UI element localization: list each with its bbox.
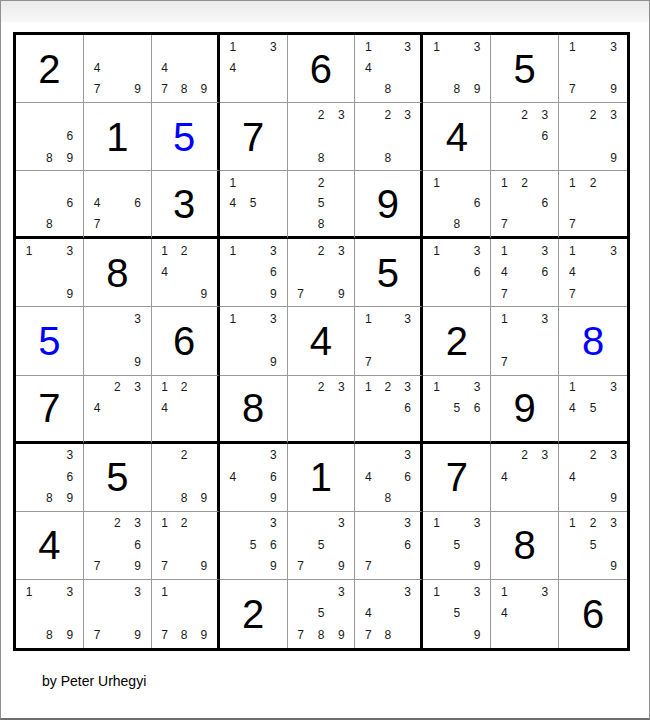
candidate-2: 2 (174, 240, 194, 261)
cell-r3c7[interactable]: 168 (423, 171, 491, 239)
candidate-5: 5 (311, 193, 331, 214)
candidate-8: 8 (39, 487, 59, 508)
candidate-4: 4 (223, 193, 243, 214)
cell-r7c7[interactable]: 7 (423, 444, 491, 512)
candidate-2: 2 (174, 513, 194, 534)
candidate-2: 2 (311, 172, 331, 193)
candidate-7: 7 (87, 624, 107, 646)
cell-r4c3[interactable]: 1249 (152, 239, 220, 307)
candidate-3: 3 (263, 36, 283, 57)
pencil-marks: 1345 (562, 377, 624, 439)
cell-r2c7[interactable]: 4 (423, 103, 491, 171)
candidate-2: 2 (515, 445, 535, 466)
pencil-marks: 145 (223, 172, 284, 234)
candidate-4: 4 (562, 466, 583, 487)
candidate-2: 2 (515, 172, 535, 193)
candidate-3: 3 (263, 445, 283, 466)
candidate-5: 5 (243, 534, 263, 555)
candidate-2: 2 (583, 104, 604, 125)
cell-r7c1[interactable]: 3689 (16, 444, 84, 512)
candidate-5: 5 (243, 193, 263, 214)
candidate-1: 1 (223, 36, 243, 57)
cell-r6c2[interactable]: 234 (84, 376, 152, 444)
cell-r9c7[interactable]: 1359 (423, 580, 491, 648)
candidate-3: 3 (331, 513, 351, 534)
cell-r8c3[interactable]: 1279 (152, 512, 220, 580)
given-digit: 6 (559, 580, 627, 648)
candidate-7: 7 (87, 214, 107, 235)
candidate-9: 9 (60, 487, 80, 508)
candidate-8: 8 (174, 487, 194, 508)
candidate-9: 9 (263, 556, 283, 577)
candidate-6: 6 (535, 262, 555, 283)
cell-r1c6[interactable]: 1348 (355, 35, 423, 103)
pencil-marks: 139 (19, 240, 80, 304)
cell-r6c7[interactable]: 1356 (423, 376, 491, 444)
cell-r3c8[interactable]: 1267 (491, 171, 559, 239)
cell-r6c6[interactable]: 1236 (355, 376, 423, 444)
candidate-3: 3 (60, 445, 80, 466)
pencil-marks: 68 (19, 172, 80, 234)
candidate-6: 6 (535, 193, 555, 214)
cell-r8c4[interactable]: 3569 (220, 512, 288, 580)
cell-r5c2[interactable]: 39 (84, 307, 152, 375)
cell-r2c1[interactable]: 689 (16, 103, 84, 171)
cell-r5c7[interactable]: 2 (423, 307, 491, 375)
cell-r7c2[interactable]: 5 (84, 444, 152, 512)
candidate-3: 3 (331, 377, 351, 398)
pencil-marks: 134 (223, 36, 284, 100)
candidate-3: 3 (467, 36, 487, 57)
given-digit: 4 (288, 307, 355, 374)
pencil-marks: 3689 (19, 445, 80, 509)
pencil-marks: 139 (223, 308, 284, 372)
cell-r1c4[interactable]: 134 (220, 35, 288, 103)
candidate-9: 9 (127, 624, 147, 646)
cell-r3c9[interactable]: 127 (559, 171, 627, 239)
candidate-6: 6 (263, 262, 283, 283)
entered-digit: 8 (559, 307, 627, 374)
pencil-marks: 1347 (562, 240, 624, 304)
candidate-9: 9 (467, 79, 487, 100)
candidate-5: 5 (447, 534, 467, 555)
cell-r3c6[interactable]: 9 (355, 171, 423, 239)
cell-r5c5[interactable]: 4 (288, 307, 356, 375)
pencil-marks: 479 (87, 36, 148, 100)
cell-r9c9[interactable]: 6 (559, 580, 627, 648)
candidate-3: 3 (331, 104, 351, 125)
given-digit: 2 (16, 35, 83, 102)
cell-r9c2[interactable]: 379 (84, 580, 152, 648)
top-toolbar (1, 1, 649, 23)
candidate-2: 2 (583, 172, 604, 193)
candidate-3: 3 (467, 377, 487, 398)
cell-r4c9[interactable]: 1347 (559, 239, 627, 307)
candidate-2: 2 (515, 104, 535, 125)
entered-digit: 5 (16, 307, 83, 374)
pencil-marks: 1789 (155, 581, 214, 646)
candidate-7: 7 (562, 283, 583, 304)
cell-r6c1[interactable]: 7 (16, 376, 84, 444)
candidate-7: 7 (155, 624, 175, 646)
cell-r7c9[interactable]: 2349 (559, 444, 627, 512)
candidate-1: 1 (562, 172, 583, 193)
candidate-4: 4 (155, 397, 175, 418)
candidate-6: 6 (127, 193, 147, 214)
given-digit: 7 (423, 444, 490, 511)
candidate-6: 6 (263, 466, 283, 487)
cell-r3c3[interactable]: 3 (152, 171, 220, 239)
candidate-9: 9 (603, 147, 624, 168)
given-digit: 4 (423, 103, 490, 170)
candidate-1: 1 (494, 308, 514, 329)
candidate-2: 2 (378, 104, 398, 125)
cell-r6c9[interactable]: 1345 (559, 376, 627, 444)
pencil-marks: 1279 (155, 513, 214, 577)
pencil-marks: 3579 (291, 513, 352, 577)
candidate-9: 9 (331, 283, 351, 304)
cell-r5c6[interactable]: 137 (355, 307, 423, 375)
cell-r1c5[interactable]: 6 (288, 35, 356, 103)
candidate-7: 7 (494, 351, 514, 372)
cell-r6c5[interactable]: 23 (288, 376, 356, 444)
pencil-marks: 3569 (223, 513, 284, 577)
candidate-1: 1 (426, 36, 446, 57)
candidate-4: 4 (87, 193, 107, 214)
pencil-marks: 134 (494, 581, 555, 646)
candidate-2: 2 (311, 240, 331, 261)
candidate-1: 1 (494, 240, 514, 261)
given-digit: 3 (152, 171, 217, 236)
candidate-2: 2 (174, 377, 194, 398)
cell-r2c4[interactable]: 7 (220, 103, 288, 171)
given-digit: 5 (355, 239, 420, 306)
cell-r1c7[interactable]: 1389 (423, 35, 491, 103)
cell-r7c6[interactable]: 3468 (355, 444, 423, 512)
candidate-3: 3 (127, 513, 147, 534)
pencil-marks: 35789 (291, 581, 352, 646)
candidate-3: 3 (603, 104, 624, 125)
candidate-4: 4 (358, 57, 378, 78)
pencil-marks: 1369 (223, 240, 284, 304)
pencil-marks: 137 (494, 308, 555, 372)
cell-r5c4[interactable]: 139 (220, 307, 288, 375)
given-digit: 2 (423, 307, 490, 374)
candidate-9: 9 (603, 487, 624, 508)
given-digit: 7 (220, 103, 287, 170)
candidate-8: 8 (39, 214, 59, 235)
candidate-3: 3 (467, 513, 487, 534)
cell-r5c1[interactable]: 5 (16, 307, 84, 375)
cell-r5c8[interactable]: 137 (491, 307, 559, 375)
candidate-3: 3 (535, 581, 555, 603)
candidate-3: 3 (603, 377, 624, 398)
candidate-3: 3 (467, 240, 487, 261)
candidate-5: 5 (583, 534, 604, 555)
cell-r9c6[interactable]: 3478 (355, 580, 423, 648)
pencil-marks: 258 (291, 172, 352, 234)
candidate-6: 6 (467, 262, 487, 283)
given-digit: 2 (220, 580, 287, 648)
candidate-9: 9 (60, 283, 80, 304)
candidate-3: 3 (398, 308, 418, 329)
candidate-1: 1 (223, 308, 243, 329)
cell-r4c5[interactable]: 2379 (288, 239, 356, 307)
pencil-marks: 39 (87, 308, 148, 372)
candidate-9: 9 (194, 487, 214, 508)
candidate-9: 9 (194, 283, 214, 304)
pencil-marks: 367 (358, 513, 417, 577)
cell-r7c4[interactable]: 3469 (220, 444, 288, 512)
candidate-9: 9 (467, 624, 487, 646)
candidate-3: 3 (535, 240, 555, 261)
pencil-marks: 3468 (358, 445, 417, 509)
candidate-2: 2 (583, 513, 604, 534)
cell-r5c9[interactable]: 8 (559, 307, 627, 375)
candidate-3: 3 (263, 308, 283, 329)
candidate-6: 6 (60, 125, 80, 146)
candidate-1: 1 (358, 308, 378, 329)
candidate-5: 5 (447, 603, 467, 625)
candidate-1: 1 (223, 172, 243, 193)
candidate-8: 8 (378, 487, 398, 508)
candidate-3: 3 (603, 36, 624, 57)
candidate-3: 3 (603, 513, 624, 534)
pencil-marks: 2349 (562, 445, 624, 509)
candidate-3: 3 (398, 377, 418, 398)
cell-r4c2[interactable]: 8 (84, 239, 152, 307)
pencil-marks: 1267 (494, 172, 555, 234)
candidate-7: 7 (562, 214, 583, 235)
candidate-3: 3 (263, 240, 283, 261)
candidate-3: 3 (603, 445, 624, 466)
candidate-8: 8 (174, 79, 194, 100)
candidate-6: 6 (467, 193, 487, 214)
candidate-3: 3 (127, 581, 147, 603)
cell-r1c2[interactable]: 479 (84, 35, 152, 103)
candidate-2: 2 (378, 377, 398, 398)
given-digit: 4 (16, 512, 83, 579)
cell-r9c5[interactable]: 35789 (288, 580, 356, 648)
candidate-4: 4 (223, 466, 243, 487)
candidate-4: 4 (358, 466, 378, 487)
candidate-6: 6 (60, 466, 80, 487)
candidate-7: 7 (562, 79, 583, 100)
cell-r9c4[interactable]: 2 (220, 580, 288, 648)
cell-r1c1[interactable]: 2 (16, 35, 84, 103)
candidate-3: 3 (398, 445, 418, 466)
candidate-8: 8 (378, 147, 398, 168)
cell-r8c9[interactable]: 12359 (559, 512, 627, 580)
candidate-1: 1 (426, 581, 446, 603)
candidate-1: 1 (155, 240, 175, 261)
pencil-marks: 239 (562, 104, 624, 168)
cell-r4c6[interactable]: 5 (355, 239, 423, 307)
candidate-8: 8 (174, 624, 194, 646)
pencil-marks: 234 (494, 445, 555, 509)
candidate-7: 7 (155, 556, 175, 577)
candidate-1: 1 (223, 240, 243, 261)
candidate-5: 5 (583, 397, 604, 418)
candidate-4: 4 (562, 397, 583, 418)
cell-r8c5[interactable]: 3579 (288, 512, 356, 580)
given-digit: 9 (491, 376, 558, 441)
candidate-9: 9 (603, 79, 624, 100)
cell-r4c8[interactable]: 13467 (491, 239, 559, 307)
candidate-3: 3 (535, 104, 555, 125)
cell-r2c6[interactable]: 238 (355, 103, 423, 171)
cell-r2c3[interactable]: 5 (152, 103, 220, 171)
candidate-2: 2 (311, 377, 331, 398)
pencil-marks: 1356 (426, 377, 487, 439)
pencil-marks: 4789 (155, 36, 214, 100)
candidate-9: 9 (603, 556, 624, 577)
candidate-6: 6 (127, 534, 147, 555)
cell-r3c4[interactable]: 145 (220, 171, 288, 239)
candidate-1: 1 (426, 513, 446, 534)
candidate-4: 4 (494, 262, 514, 283)
candidate-7: 7 (291, 283, 311, 304)
candidate-3: 3 (398, 513, 418, 534)
cell-r8c7[interactable]: 1359 (423, 512, 491, 580)
given-digit: 5 (84, 444, 151, 511)
given-digit: 9 (355, 171, 420, 236)
sudoku-board: 2479478913461348138951379689157238238423… (13, 32, 630, 651)
candidate-5: 5 (447, 397, 467, 418)
cell-r7c5[interactable]: 1 (288, 444, 356, 512)
cell-r8c1[interactable]: 4 (16, 512, 84, 580)
cell-r3c1[interactable]: 68 (16, 171, 84, 239)
cell-r2c5[interactable]: 238 (288, 103, 356, 171)
candidate-4: 4 (87, 397, 107, 418)
cell-r8c2[interactable]: 23679 (84, 512, 152, 580)
candidate-2: 2 (311, 104, 331, 125)
pencil-marks: 23679 (87, 513, 148, 577)
cell-r2c2[interactable]: 1 (84, 103, 152, 171)
candidate-9: 9 (263, 351, 283, 372)
candidate-5: 5 (311, 534, 331, 555)
pencil-marks: 1359 (426, 581, 487, 646)
sudoku-app-window: 2479478913461348138951379689157238238423… (0, 0, 650, 720)
candidate-7: 7 (358, 351, 378, 372)
candidate-4: 4 (87, 57, 107, 78)
cell-r9c8[interactable]: 134 (491, 580, 559, 648)
pencil-marks: 2379 (291, 240, 352, 304)
cell-r6c4[interactable]: 8 (220, 376, 288, 444)
credit-text: by Peter Urhegyi (42, 673, 146, 689)
candidate-2: 2 (107, 377, 127, 398)
cell-r1c9[interactable]: 1379 (559, 35, 627, 103)
candidate-2: 2 (583, 445, 604, 466)
candidate-8: 8 (447, 214, 467, 235)
cell-r8c8[interactable]: 8 (491, 512, 559, 580)
cell-r9c3[interactable]: 1789 (152, 580, 220, 648)
pencil-marks: 127 (562, 172, 624, 234)
candidate-3: 3 (535, 308, 555, 329)
cell-r1c3[interactable]: 4789 (152, 35, 220, 103)
cell-r3c5[interactable]: 258 (288, 171, 356, 239)
given-digit: 8 (84, 239, 151, 306)
candidate-1: 1 (426, 240, 446, 261)
candidate-2: 2 (174, 445, 194, 466)
candidate-3: 3 (127, 308, 147, 329)
candidate-7: 7 (87, 556, 107, 577)
pencil-marks: 3469 (223, 445, 284, 509)
cell-r7c3[interactable]: 289 (152, 444, 220, 512)
candidate-3: 3 (398, 36, 418, 57)
candidate-2: 2 (107, 513, 127, 534)
candidate-9: 9 (127, 556, 147, 577)
candidate-3: 3 (398, 104, 418, 125)
given-digit: 8 (491, 512, 558, 579)
pencil-marks: 1249 (155, 240, 214, 304)
candidate-9: 9 (127, 351, 147, 372)
entered-digit: 5 (152, 103, 217, 170)
candidate-3: 3 (331, 240, 351, 261)
candidate-9: 9 (60, 624, 80, 646)
cell-r8c6[interactable]: 367 (355, 512, 423, 580)
candidate-7: 7 (358, 624, 378, 646)
pencil-marks: 236 (494, 104, 555, 168)
candidate-1: 1 (358, 377, 378, 398)
given-digit: 1 (288, 444, 355, 511)
candidate-1: 1 (155, 581, 175, 603)
cell-r2c8[interactable]: 236 (491, 103, 559, 171)
candidate-1: 1 (562, 377, 583, 398)
candidate-3: 3 (535, 445, 555, 466)
cell-r4c4[interactable]: 1369 (220, 239, 288, 307)
candidate-3: 3 (467, 581, 487, 603)
pencil-marks: 3478 (358, 581, 417, 646)
candidate-8: 8 (311, 147, 331, 168)
cell-r5c3[interactable]: 6 (152, 307, 220, 375)
pencil-marks: 689 (19, 104, 80, 168)
pencil-marks: 1389 (426, 36, 487, 100)
cell-r4c7[interactable]: 136 (423, 239, 491, 307)
candidate-8: 8 (39, 147, 59, 168)
candidate-4: 4 (358, 603, 378, 625)
candidate-1: 1 (562, 240, 583, 261)
candidate-9: 9 (194, 624, 214, 646)
pencil-marks: 13467 (494, 240, 555, 304)
candidate-4: 4 (155, 262, 175, 283)
candidate-7: 7 (291, 624, 311, 646)
cell-r2c9[interactable]: 239 (559, 103, 627, 171)
given-digit: 6 (288, 35, 355, 102)
cell-r3c2[interactable]: 467 (84, 171, 152, 239)
cell-r7c8[interactable]: 234 (491, 444, 559, 512)
given-digit: 6 (152, 307, 217, 374)
cell-r6c8[interactable]: 9 (491, 376, 559, 444)
candidate-1: 1 (19, 581, 39, 603)
candidate-9: 9 (331, 624, 351, 646)
pencil-marks: 23 (291, 377, 352, 439)
given-digit: 5 (491, 35, 558, 102)
candidate-3: 3 (60, 240, 80, 261)
candidate-7: 7 (358, 556, 378, 577)
candidate-7: 7 (87, 79, 107, 100)
candidate-1: 1 (155, 377, 175, 398)
candidate-4: 4 (562, 262, 583, 283)
cell-r6c3[interactable]: 124 (152, 376, 220, 444)
candidate-6: 6 (467, 397, 487, 418)
cell-r9c1[interactable]: 1389 (16, 580, 84, 648)
candidate-8: 8 (311, 624, 331, 646)
cell-r1c8[interactable]: 5 (491, 35, 559, 103)
cell-r4c1[interactable]: 139 (16, 239, 84, 307)
pencil-marks: 168 (426, 172, 487, 234)
candidate-6: 6 (398, 534, 418, 555)
